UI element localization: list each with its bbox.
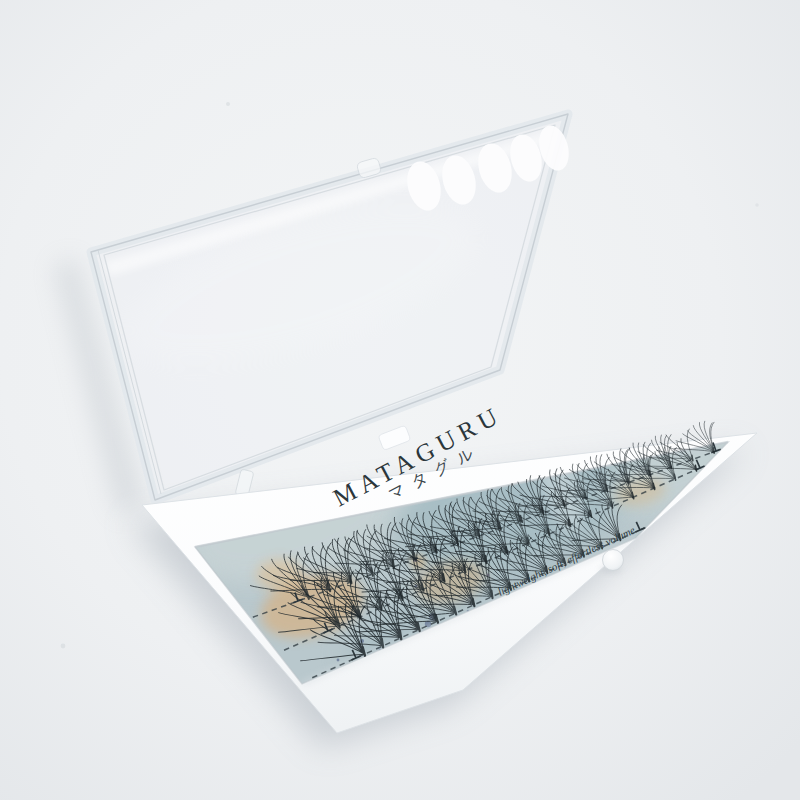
lash-fan-base	[400, 631, 401, 639]
lash-fan-base	[692, 455, 693, 461]
latch-knob	[603, 550, 624, 571]
lash-fan-base	[713, 448, 714, 454]
lash-fan-base	[382, 639, 383, 648]
lash-fan-base	[443, 574, 445, 582]
product-photo: MATAGURU マタグル lightweight, soft, effortl…	[0, 0, 800, 800]
lash-fan-base	[628, 478, 629, 484]
photo-canvas: MATAGURU マタグル lightweight, soft, effortl…	[0, 0, 800, 800]
lash-fan-base	[491, 590, 492, 598]
